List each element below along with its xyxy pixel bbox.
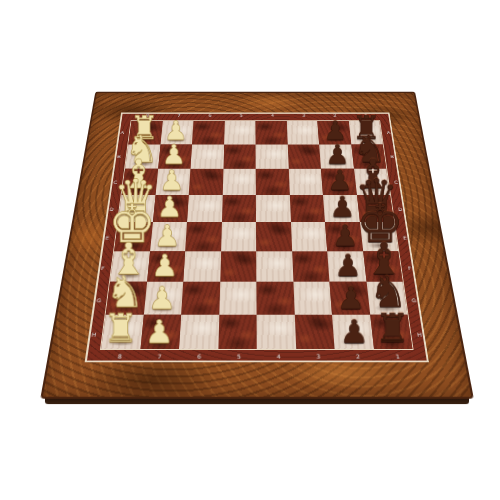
square-e2: ♟ xyxy=(150,222,187,251)
square-g4 xyxy=(219,282,257,315)
square-a4 xyxy=(224,121,256,144)
square-f3 xyxy=(183,251,220,282)
coord-label: 8 xyxy=(146,114,150,118)
square-h6 xyxy=(294,314,334,349)
coord-label: 2 xyxy=(333,114,336,118)
square-b4 xyxy=(223,144,256,169)
square-a6 xyxy=(286,121,319,144)
piece-white-pawn: ♟ xyxy=(157,193,183,221)
square-a5 xyxy=(255,121,287,144)
coord-label: 2 xyxy=(356,354,361,360)
square-h5 xyxy=(257,314,296,349)
square-h3 xyxy=(179,314,219,349)
square-a3 xyxy=(192,121,224,144)
square-e6 xyxy=(291,222,328,251)
square-c3 xyxy=(189,169,223,195)
coord-label: B xyxy=(117,155,121,159)
coord-label: 1 xyxy=(364,114,368,118)
coord-label: 5 xyxy=(240,114,243,118)
piece-white-rook: ♜ xyxy=(103,309,138,348)
square-g6 xyxy=(293,282,332,315)
coord-label: 5 xyxy=(237,354,241,360)
coord-label: 7 xyxy=(177,114,180,118)
square-g2: ♟ xyxy=(143,282,183,315)
coord-label: 6 xyxy=(209,114,212,118)
piece-white-pawn: ♟ xyxy=(145,316,174,348)
board-edge xyxy=(45,397,469,405)
piece-black-pawn: ♟ xyxy=(340,316,369,348)
coord-label: A xyxy=(120,131,124,135)
square-h2: ♟ xyxy=(140,314,181,349)
coord-label: C xyxy=(113,180,117,184)
coord-label: B xyxy=(390,155,394,159)
board-frame: 88AA77BB66CC55DD44EE33FF22GG11HH ♜♟♟♜♞♟♟… xyxy=(40,92,474,399)
square-g5 xyxy=(256,282,294,315)
piece-black-rook: ♜ xyxy=(375,309,410,348)
square-f2: ♟ xyxy=(147,251,186,282)
square-h4 xyxy=(218,314,257,349)
coord-label: 3 xyxy=(302,114,305,118)
square-c6 xyxy=(288,169,323,195)
coord-label: 4 xyxy=(271,114,274,118)
coord-label: 4 xyxy=(277,354,281,360)
square-e4 xyxy=(221,222,257,251)
coord-label: C xyxy=(394,180,398,184)
piece-white-pawn: ♟ xyxy=(154,221,180,250)
coord-label: A xyxy=(387,131,391,135)
square-b3 xyxy=(190,144,223,169)
board-grid: ♜♟♟♜♞♟♟♞♝♟♟♝♛♟♟♛♚♟♟♚♝♟♟♝♞♟♟♞♜♟♟♜ xyxy=(101,121,412,349)
square-h8: ♜ xyxy=(370,314,413,349)
coord-label: 7 xyxy=(157,354,161,360)
square-h1: ♜ xyxy=(101,314,143,349)
coord-label: 1 xyxy=(395,354,400,360)
square-c4 xyxy=(222,169,256,195)
piece-black-pawn: ♟ xyxy=(329,193,355,221)
photo-scene: 88AA77BB66CC55DD44EE33FF22GG11HH ♜♟♟♜♞♟♟… xyxy=(0,0,500,500)
piece-white-pawn: ♟ xyxy=(151,251,178,281)
square-b6 xyxy=(287,144,321,169)
product-photo: 88AA77BB66CC55DD44EE33FF22GG11HH ♜♟♟♜♞♟♟… xyxy=(0,0,500,500)
piece-black-pawn: ♟ xyxy=(332,221,358,250)
square-c5 xyxy=(256,169,290,195)
square-h7: ♟ xyxy=(332,314,374,349)
square-b5 xyxy=(256,144,289,169)
coord-label: G xyxy=(96,298,101,303)
piece-black-pawn: ♟ xyxy=(334,251,361,281)
square-f7: ♟ xyxy=(327,251,366,282)
coord-label: H xyxy=(91,332,96,338)
square-e3 xyxy=(185,222,221,251)
coord-label: H xyxy=(417,332,422,338)
chess-board: 88AA77BB66CC55DD44EE33FF22GG11HH ♜♟♟♜♞♟♟… xyxy=(40,92,474,399)
square-e5 xyxy=(256,222,292,251)
coord-label: F xyxy=(101,266,105,271)
coord-label: G xyxy=(411,298,416,303)
coord-label: 8 xyxy=(118,354,123,360)
piece-white-pawn: ♟ xyxy=(148,282,176,313)
coord-label: F xyxy=(408,266,412,271)
square-f6 xyxy=(292,251,330,282)
coord-label: 3 xyxy=(316,354,320,360)
piece-black-pawn: ♟ xyxy=(337,282,365,313)
coord-label: 6 xyxy=(197,354,201,360)
square-f5 xyxy=(256,251,293,282)
square-g3 xyxy=(181,282,220,315)
square-f4 xyxy=(220,251,257,282)
square-g7: ♟ xyxy=(330,282,370,315)
